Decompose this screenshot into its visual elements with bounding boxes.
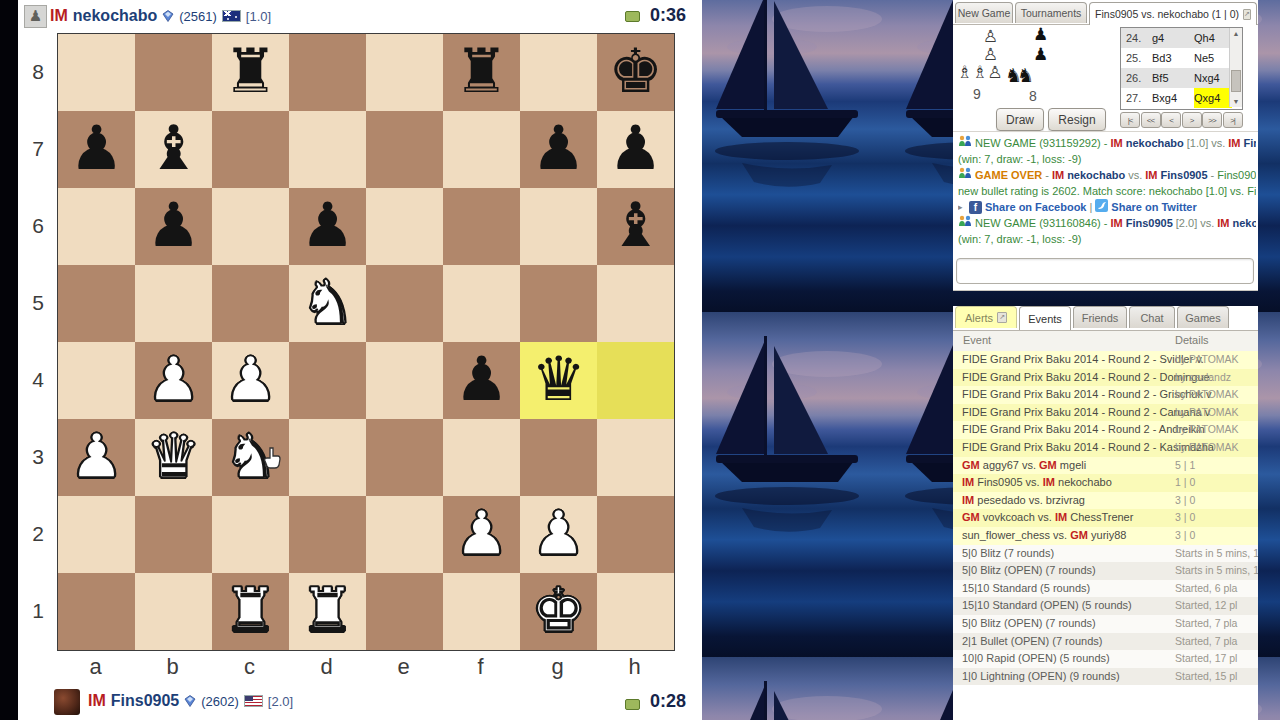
users-icon bbox=[958, 135, 972, 151]
square-d1[interactable]: ♜ bbox=[289, 573, 366, 650]
event-cell[interactable]: 5|0 Blitz (OPEN) (7 rounds) bbox=[962, 615, 1096, 633]
piece-black-pawn: ♟ bbox=[58, 111, 135, 188]
player-rating: (2561) bbox=[179, 9, 217, 24]
square-b4[interactable]: ♟ bbox=[135, 342, 212, 419]
piece-black-pawn: ♟ bbox=[443, 342, 520, 419]
message-text: IM bbox=[1228, 135, 1240, 151]
table-row-event[interactable]: FIDE Grand Prix Baku 2014 - Round 2 - Gr… bbox=[953, 386, 1258, 404]
table-row-event[interactable]: FIDE Grand Prix Baku 2014 - Round 2 - Sv… bbox=[953, 351, 1258, 369]
message-text: Fins0905 bbox=[1126, 215, 1173, 231]
piece-white-pawn: ♟ bbox=[212, 342, 289, 419]
rank-label-3: 3 bbox=[26, 418, 50, 495]
event-cell[interactable]: 15|10 Standard (OPEN) (5 rounds) bbox=[962, 597, 1132, 615]
sailboat-tile bbox=[702, 312, 892, 657]
table-row-tournament[interactable]: 5|0 Blitz (OPEN) (7 rounds)Started, 7 pl… bbox=[953, 615, 1258, 633]
square-h6[interactable]: ♝ bbox=[597, 188, 674, 265]
event-cell[interactable]: IM Fins0905 vs. IM nekochabo bbox=[962, 474, 1112, 492]
move-number: 25. bbox=[1121, 48, 1152, 68]
message-text: IM bbox=[1110, 215, 1122, 231]
details-cell: Started, 12 pl bbox=[1175, 597, 1237, 615]
square-h5[interactable] bbox=[597, 265, 674, 342]
square-h4[interactable] bbox=[597, 342, 674, 419]
details-cell: by PATOMAK bbox=[1175, 421, 1239, 439]
square-f6[interactable] bbox=[443, 188, 520, 265]
social-panel: Alerts↗ Events Friends Chat Games Event … bbox=[953, 306, 1258, 720]
captured-white-pawn: ♙ bbox=[983, 26, 998, 46]
move-row[interactable]: 24.g4Qh4 bbox=[1121, 28, 1242, 48]
message-text: NEW GAME (931160846) - bbox=[975, 215, 1107, 231]
connection-icon bbox=[625, 699, 640, 710]
diamond-member-icon bbox=[162, 10, 174, 22]
file-label-c: c bbox=[211, 649, 288, 685]
rank-label-1: 1 bbox=[26, 572, 50, 649]
square-d3[interactable] bbox=[289, 419, 366, 496]
details-cell: 3 | 0 bbox=[1175, 527, 1195, 545]
table-row-game[interactable]: sun_flower_chess vs. GM yuriy883 | 0 bbox=[953, 527, 1258, 545]
message-line: new bullet rating is 2602. Match score: … bbox=[958, 183, 1256, 199]
square-f3[interactable] bbox=[443, 419, 520, 496]
table-row-tournament[interactable]: 1|0 Lightning (OPEN) (9 rounds)Started, … bbox=[953, 668, 1258, 686]
rank-label-4: 4 bbox=[26, 341, 50, 418]
table-row-game[interactable]: IM pesedado vs. brzivrag3 | 0 bbox=[953, 492, 1258, 510]
top-clock: 0:36 bbox=[650, 5, 686, 26]
captured-white-pawn: ♙ bbox=[983, 44, 998, 64]
table-row-event[interactable]: FIDE Grand Prix Baku 2014 - Round 2 - Ka… bbox=[953, 439, 1258, 457]
square-f8[interactable]: ♜ bbox=[443, 34, 520, 111]
events-table-header: Event Details bbox=[953, 330, 1258, 352]
file-label-f: f bbox=[442, 649, 519, 685]
square-c1[interactable]: ♜ bbox=[212, 573, 289, 650]
event-cell[interactable]: FIDE Grand Prix Baku 2014 - Round 2 - Sv… bbox=[962, 351, 1204, 369]
black-move[interactable]: Qh4 bbox=[1194, 28, 1232, 48]
material-points-white: 9 bbox=[973, 86, 981, 102]
square-g1[interactable]: ♚ bbox=[520, 573, 597, 650]
table-row-tournament[interactable]: 10|0 Rapid (OPEN) (5 rounds)Started, 17 … bbox=[953, 650, 1258, 668]
black-move[interactable]: Nxg4 bbox=[1194, 68, 1232, 88]
piece-black-pawn: ♟ bbox=[135, 188, 212, 265]
player-rating: (2602) bbox=[201, 694, 239, 709]
twitter-icon[interactable] bbox=[1095, 199, 1108, 215]
rank-label-5: 5 bbox=[26, 264, 50, 341]
square-c4[interactable]: ♟ bbox=[212, 342, 289, 419]
message-line: (win: 7, draw: -1, loss: -9) bbox=[958, 151, 1256, 167]
nav-first-button[interactable]: |< bbox=[1120, 112, 1140, 128]
message-text: Fins0905 bbox=[1161, 167, 1208, 183]
bottom-player-bar: IM Fins0905 (2602) [2.0] bbox=[88, 689, 293, 713]
table-row-event[interactable]: FIDE Grand Prix Baku 2014 - Round 2 - An… bbox=[953, 421, 1258, 439]
square-g4[interactable]: ♛ bbox=[520, 342, 597, 419]
message-text: IM bbox=[1052, 167, 1064, 183]
details-cell: by PATOMAK bbox=[1175, 439, 1239, 457]
details-cell: by PATOMAK bbox=[1175, 404, 1239, 422]
file-label-h: h bbox=[596, 649, 673, 685]
square-g2[interactable]: ♟ bbox=[520, 496, 597, 573]
captured-black-knights: ♞♞ bbox=[1005, 64, 1029, 86]
message-text: nekochabo bbox=[1067, 167, 1125, 183]
square-b8[interactable] bbox=[135, 34, 212, 111]
avatar[interactable] bbox=[54, 689, 80, 715]
piece-white-queen: ♛ bbox=[135, 419, 212, 496]
piece-black-king: ♚ bbox=[597, 34, 674, 111]
sailboat-tile bbox=[1272, 312, 1280, 657]
square-e1[interactable] bbox=[366, 573, 443, 650]
table-row-event[interactable]: FIDE Grand Prix Baku 2014 - Round 2 - Ca… bbox=[953, 404, 1258, 422]
message-text: NEW GAME (931159292) - bbox=[975, 135, 1107, 151]
details-cell: by PATOMAK bbox=[1175, 351, 1239, 369]
diamond-member-icon bbox=[184, 695, 196, 707]
message-line: GAME OVER - IM nekochabo vs. IM Fins0905… bbox=[958, 167, 1256, 183]
hand-cursor-icon bbox=[263, 447, 281, 473]
message-text: IM bbox=[1217, 215, 1229, 231]
player-name[interactable]: Fins0905 bbox=[111, 692, 179, 710]
scroll-down-icon[interactable]: ▼ bbox=[1230, 98, 1242, 105]
square-e3[interactable] bbox=[366, 419, 443, 496]
details-cell: Starts in 5 mins, 1 bbox=[1175, 562, 1258, 580]
square-h7[interactable]: ♟ bbox=[597, 111, 674, 188]
message-text: new bullet rating is 2602. Match score: … bbox=[958, 183, 1256, 199]
player-name[interactable]: nekochabo bbox=[73, 7, 157, 25]
message-text: vs. bbox=[1200, 215, 1214, 231]
message-line: NEW GAME (931159292) - IM nekochabo [1.0… bbox=[958, 135, 1256, 151]
match-score: [1.0] bbox=[246, 9, 271, 24]
message-text: Fins0905 bbox=[1243, 135, 1256, 151]
file-label-d: d bbox=[288, 649, 365, 685]
table-row-tournament[interactable]: 5|0 Blitz (7 rounds)Starts in 5 mins, 1 bbox=[953, 545, 1258, 563]
move-number: 24. bbox=[1121, 28, 1152, 48]
nav-last-button[interactable]: >| bbox=[1223, 112, 1243, 128]
message-line: (win: 7, draw: -1, loss: -9) bbox=[958, 231, 1256, 247]
message-text: [2.0] bbox=[1176, 215, 1197, 231]
black-move[interactable]: Ne5 bbox=[1194, 48, 1232, 68]
piece-white-pawn: ♟ bbox=[58, 419, 135, 496]
table-row-tournament[interactable]: 15|10 Standard (OPEN) (5 rounds)Started,… bbox=[953, 597, 1258, 615]
square-c6[interactable] bbox=[212, 188, 289, 265]
square-c7[interactable] bbox=[212, 111, 289, 188]
details-cell: Starts in 5 mins, 1 bbox=[1175, 545, 1258, 563]
australia-flag-icon bbox=[222, 10, 241, 22]
message-text: nekochabo bbox=[1126, 135, 1184, 151]
square-c3[interactable]: ♞ bbox=[212, 419, 289, 496]
message-line: ▸fShare on Facebook | Share on Twitter bbox=[958, 199, 1256, 215]
message-text: - bbox=[1045, 167, 1049, 183]
square-c8[interactable]: ♜ bbox=[212, 34, 289, 111]
event-cell[interactable]: IM pesedado vs. brzivrag bbox=[962, 492, 1085, 510]
material-points-black: 8 bbox=[1029, 88, 1037, 104]
popout-icon[interactable]: ↗ bbox=[1243, 9, 1251, 20]
tab-chat[interactable]: Chat bbox=[1129, 306, 1175, 328]
table-row-game[interactable]: GM vovkcoach vs. IM ChessTrener3 | 0 bbox=[953, 509, 1258, 527]
message-text: vs. bbox=[1128, 167, 1142, 183]
square-a7[interactable]: ♟ bbox=[58, 111, 135, 188]
game-panel: New Game Tournaments Fins0905 vs. nekoch… bbox=[953, 0, 1258, 291]
details-cell: Started, 15 pl bbox=[1175, 668, 1237, 686]
event-cell[interactable]: FIDE Grand Prix Baku 2014 - Round 2 - Ca… bbox=[962, 404, 1210, 422]
usa-flag-icon bbox=[244, 695, 263, 707]
rank-label-7: 7 bbox=[26, 110, 50, 187]
event-cell[interactable]: GM aggy67 vs. GM mgeli bbox=[962, 457, 1086, 475]
message-text: (win: 7, draw: -1, loss: -9) bbox=[958, 151, 1081, 167]
details-cell: by zealandz bbox=[1175, 369, 1231, 387]
details-cell: Started, 6 pla bbox=[1175, 580, 1237, 598]
square-f7[interactable] bbox=[443, 111, 520, 188]
letterbox-strip bbox=[0, 0, 18, 720]
square-b3[interactable]: ♛ bbox=[135, 419, 212, 496]
message-text: [1.0] bbox=[1187, 135, 1208, 151]
move-row[interactable]: 26.Bf5Nxg4 bbox=[1121, 68, 1242, 88]
event-cell[interactable]: 5|0 Blitz (OPEN) (7 rounds) bbox=[962, 562, 1096, 580]
details-cell: 1 | 0 bbox=[1175, 474, 1195, 492]
expand-arrow-icon[interactable]: ▸ bbox=[958, 199, 966, 215]
move-row[interactable]: 27.Bxg4Qxg4 bbox=[1121, 88, 1242, 108]
player-title: IM bbox=[88, 692, 106, 710]
event-cell[interactable]: sun_flower_chess vs. GM yuriy88 bbox=[962, 527, 1126, 545]
message-text: (win: 7, draw: -1, loss: -9) bbox=[958, 231, 1081, 247]
details-cell: Started, 7 pla bbox=[1175, 633, 1237, 651]
square-a8[interactable] bbox=[58, 34, 135, 111]
tab-events[interactable]: Events bbox=[1019, 306, 1071, 330]
table-row-game[interactable]: IM Fins0905 vs. IM nekochabo1 | 0 bbox=[953, 474, 1258, 492]
piece-black-queen: ♛ bbox=[520, 342, 597, 419]
square-f2[interactable]: ♟ bbox=[443, 496, 520, 573]
table-row-game[interactable]: GM aggy67 vs. GM mgeli5 | 1 bbox=[953, 457, 1258, 475]
file-label-e: e bbox=[365, 649, 442, 685]
file-label-a: a bbox=[57, 649, 134, 685]
square-d4[interactable] bbox=[289, 342, 366, 419]
share-link[interactable]: Share on Twitter bbox=[1111, 199, 1196, 215]
square-a5[interactable] bbox=[58, 265, 135, 342]
users-icon bbox=[958, 215, 972, 231]
details-cell: Started, 7 pla bbox=[1175, 615, 1237, 633]
event-cell[interactable]: FIDE Grand Prix Baku 2014 - Round 2 - An… bbox=[962, 421, 1205, 439]
message-text: vs. bbox=[1211, 135, 1225, 151]
move-number: 27. bbox=[1121, 88, 1152, 108]
details-cell: by PATOMAK bbox=[1175, 386, 1239, 404]
app-window: ♟ IM nekochabo (2561) [1.0] 0:36 ♜♜♚♟♝♟♟… bbox=[0, 0, 1280, 720]
tab-current-game[interactable]: Fins0905 vs. nekochabo (1 | 0)↗ bbox=[1089, 2, 1257, 25]
top-player-bar: IM nekochabo (2561) [1.0] bbox=[50, 4, 271, 28]
event-cell[interactable]: 5|0 Blitz (7 rounds) bbox=[962, 545, 1054, 563]
square-b2[interactable] bbox=[135, 496, 212, 573]
file-label-b: b bbox=[134, 649, 211, 685]
piece-black-pawn: ♟ bbox=[289, 188, 366, 265]
message-line: NEW GAME (931160846) - IM Fins0905 [2.0]… bbox=[958, 215, 1256, 231]
piece-white-pawn: ♟ bbox=[443, 496, 520, 573]
rank-label-2: 2 bbox=[26, 495, 50, 572]
white-move[interactable]: Bd3 bbox=[1152, 48, 1194, 68]
square-a1[interactable] bbox=[58, 573, 135, 650]
square-h8[interactable]: ♚ bbox=[597, 34, 674, 111]
square-c2[interactable] bbox=[212, 496, 289, 573]
connection-icon bbox=[625, 11, 640, 22]
users-icon bbox=[958, 167, 972, 183]
draw-button[interactable]: Draw bbox=[996, 108, 1044, 131]
piece-white-pawn: ♟ bbox=[520, 496, 597, 573]
piece-white-pawn: ♟ bbox=[135, 342, 212, 419]
share-link[interactable]: Share on Facebook bbox=[985, 199, 1086, 215]
rank-label-8: 8 bbox=[26, 33, 50, 110]
square-c5[interactable] bbox=[212, 265, 289, 342]
file-label-g: g bbox=[519, 649, 596, 685]
piece-black-bishop: ♝ bbox=[135, 111, 212, 188]
captured-black-pawn: ♟ bbox=[1033, 44, 1048, 64]
piece-black-rook: ♜ bbox=[212, 34, 289, 111]
square-b6[interactable]: ♟ bbox=[135, 188, 212, 265]
chat-input[interactable] bbox=[956, 258, 1254, 284]
popout-icon[interactable]: ↗ bbox=[997, 312, 1007, 323]
details-cell: 5 | 1 bbox=[1175, 457, 1195, 475]
white-move[interactable]: g4 bbox=[1152, 28, 1194, 48]
rank-label-6: 6 bbox=[26, 187, 50, 264]
table-row-tournament[interactable]: 2|1 Bullet (OPEN) (7 rounds)Started, 7 p… bbox=[953, 633, 1258, 651]
table-row-tournament[interactable]: 15|10 Standard (5 rounds)Started, 6 pla bbox=[953, 580, 1258, 598]
resign-button[interactable]: Resign bbox=[1048, 108, 1106, 131]
chess-board: ♜♜♚♟♝♟♟♟♟♝♞♟♟♟♛♟♛♞♟♟♜♜♚ bbox=[57, 33, 675, 651]
table-row-event[interactable]: FIDE Grand Prix Baku 2014 - Round 2 - Do… bbox=[953, 369, 1258, 387]
square-f1[interactable] bbox=[443, 573, 520, 650]
square-a2[interactable] bbox=[58, 496, 135, 573]
square-e2[interactable] bbox=[366, 496, 443, 573]
event-cell[interactable]: 15|10 Standard (5 rounds) bbox=[962, 580, 1090, 598]
avatar[interactable]: ♟ bbox=[24, 5, 47, 28]
white-move[interactable]: Bxg4 bbox=[1152, 88, 1194, 108]
details-cell: Started, 17 pl bbox=[1175, 650, 1237, 668]
move-list[interactable]: 24.g4Qh425.Bd3Ne526.Bf5Nxg427.Bxg4Qxg4 ▲… bbox=[1120, 27, 1243, 110]
square-e8[interactable] bbox=[366, 34, 443, 111]
sailboat-tile bbox=[702, 657, 892, 720]
facebook-icon[interactable]: f bbox=[969, 201, 982, 214]
details-cell: 3 | 0 bbox=[1175, 509, 1195, 527]
move-number: 26. bbox=[1121, 68, 1152, 88]
tab-friends[interactable]: Friends bbox=[1073, 306, 1127, 328]
tab-alerts[interactable]: Alerts↗ bbox=[955, 306, 1017, 328]
bottom-clock: 0:28 bbox=[650, 691, 686, 712]
sailboat-tile bbox=[1272, 0, 1280, 312]
square-b1[interactable] bbox=[135, 573, 212, 650]
square-d5[interactable]: ♞ bbox=[289, 265, 366, 342]
nav-forward-button[interactable]: > bbox=[1182, 112, 1202, 128]
message-text: GAME OVER bbox=[975, 167, 1042, 183]
match-score: [2.0] bbox=[268, 694, 293, 709]
square-g5[interactable] bbox=[520, 265, 597, 342]
square-a4[interactable] bbox=[58, 342, 135, 419]
sailboat-tile bbox=[702, 0, 892, 312]
square-h3[interactable] bbox=[597, 419, 674, 496]
square-g8[interactable] bbox=[520, 34, 597, 111]
player-title: IM bbox=[50, 7, 68, 25]
square-f4[interactable]: ♟ bbox=[443, 342, 520, 419]
piece-white-knight: ♞ bbox=[289, 265, 366, 342]
square-d7[interactable] bbox=[289, 111, 366, 188]
captured-white-bishops-pawn: ♗♗♙ bbox=[957, 62, 1003, 82]
square-d8[interactable] bbox=[289, 34, 366, 111]
nav-fast-back-button[interactable]: << bbox=[1141, 112, 1161, 128]
square-a3[interactable]: ♟ bbox=[58, 419, 135, 496]
event-cell[interactable]: 10|0 Rapid (OPEN) (5 rounds) bbox=[962, 650, 1110, 668]
piece-black-pawn: ♟ bbox=[597, 111, 674, 188]
square-g3[interactable] bbox=[520, 419, 597, 496]
white-move[interactable]: Bf5 bbox=[1152, 68, 1194, 88]
tab-tournaments[interactable]: Tournaments bbox=[1015, 2, 1087, 23]
scroll-up-icon[interactable]: ▲ bbox=[1230, 30, 1242, 37]
message-text: IM bbox=[1110, 135, 1122, 151]
square-e4[interactable] bbox=[366, 342, 443, 419]
message-text: | bbox=[1089, 199, 1092, 215]
piece-black-rook: ♜ bbox=[443, 34, 520, 111]
square-h2[interactable] bbox=[597, 496, 674, 573]
square-e5[interactable] bbox=[366, 265, 443, 342]
move-list-scrollbar[interactable]: ▲ ▼ bbox=[1229, 28, 1242, 107]
square-b5[interactable] bbox=[135, 265, 212, 342]
square-b7[interactable]: ♝ bbox=[135, 111, 212, 188]
square-a6[interactable] bbox=[58, 188, 135, 265]
event-cell[interactable]: 2|1 Bullet (OPEN) (7 rounds) bbox=[962, 633, 1102, 651]
message-text: nekochab bbox=[1233, 215, 1257, 231]
square-g7[interactable]: ♟ bbox=[520, 111, 597, 188]
captured-black-pawn: ♟ bbox=[1033, 24, 1048, 44]
square-g6[interactable] bbox=[520, 188, 597, 265]
piece-white-king: ♚ bbox=[520, 573, 597, 650]
event-cell[interactable]: GM vovkcoach vs. IM ChessTrener bbox=[962, 509, 1133, 527]
message-text: IM bbox=[1145, 167, 1157, 183]
square-d2[interactable] bbox=[289, 496, 366, 573]
move-row[interactable]: 25.Bd3Ne5 bbox=[1121, 48, 1242, 68]
square-d6[interactable]: ♟ bbox=[289, 188, 366, 265]
square-f5[interactable] bbox=[443, 265, 520, 342]
table-row-tournament[interactable]: 5|0 Blitz (OPEN) (7 rounds)Starts in 5 m… bbox=[953, 562, 1258, 580]
piece-black-bishop: ♝ bbox=[597, 188, 674, 265]
game-messages: NEW GAME (931159292) - IM nekochabo [1.0… bbox=[958, 135, 1256, 247]
square-h1[interactable] bbox=[597, 573, 674, 650]
piece-white-rook: ♜ bbox=[212, 573, 289, 650]
scrollbar-thumb[interactable] bbox=[1231, 70, 1241, 92]
message-text: - bbox=[1211, 167, 1215, 183]
black-move[interactable]: Qxg4 bbox=[1194, 88, 1232, 108]
event-cell[interactable]: 1|0 Lightning (OPEN) (9 rounds) bbox=[962, 668, 1120, 686]
details-cell: 3 | 0 bbox=[1175, 492, 1195, 510]
square-e6[interactable] bbox=[366, 188, 443, 265]
nav-back-button[interactable]: < bbox=[1161, 112, 1181, 128]
message-text: Fins0905 won b bbox=[1217, 167, 1256, 183]
square-e7[interactable] bbox=[366, 111, 443, 188]
tab-new-game[interactable]: New Game bbox=[955, 2, 1013, 23]
nav-fast-forward-button[interactable]: >> bbox=[1202, 112, 1222, 128]
piece-black-pawn: ♟ bbox=[520, 111, 597, 188]
tab-games[interactable]: Games bbox=[1177, 306, 1229, 328]
sailboat-tile bbox=[1272, 657, 1280, 720]
piece-white-rook: ♜ bbox=[289, 573, 366, 650]
